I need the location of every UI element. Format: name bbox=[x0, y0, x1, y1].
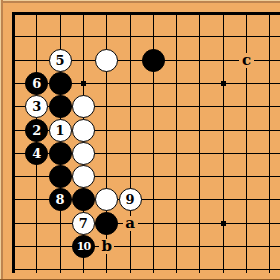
grid-line-horizontal bbox=[12, 269, 280, 270]
black-stone-C15 bbox=[49, 95, 72, 118]
grid-line-horizontal bbox=[12, 12, 280, 15]
star-point bbox=[221, 221, 226, 226]
board-frame-left bbox=[1, 0, 3, 280]
white-stone-E17 bbox=[95, 49, 118, 72]
grid-line-horizontal bbox=[12, 223, 280, 224]
grid-line-vertical bbox=[130, 12, 131, 273]
black-stone-C13 bbox=[49, 142, 72, 165]
board-frame-top bbox=[0, 1, 280, 3]
grid-line-horizontal bbox=[12, 246, 280, 247]
white-stone-D13 bbox=[72, 142, 95, 165]
star-point bbox=[221, 81, 226, 86]
black-stone-D11 bbox=[72, 188, 95, 211]
point-label-c: c bbox=[239, 53, 254, 68]
grid-line-vertical bbox=[269, 12, 270, 273]
black-stone-B14: 2 bbox=[25, 119, 48, 142]
black-stone-B13: 4 bbox=[25, 142, 48, 165]
black-stone-C11: 8 bbox=[49, 188, 72, 211]
grid-line-vertical bbox=[199, 12, 200, 273]
white-stone-B15: 3 bbox=[25, 95, 48, 118]
white-stone-F11: 9 bbox=[119, 188, 142, 211]
point-label-a: a bbox=[123, 216, 138, 231]
grid-line-vertical bbox=[12, 12, 15, 273]
white-stone-D14 bbox=[72, 119, 95, 142]
black-stone-G17 bbox=[142, 49, 165, 72]
white-stone-D15 bbox=[72, 95, 95, 118]
white-stone-E11 bbox=[95, 188, 118, 211]
go-board-diagram: abc56321489710 bbox=[0, 0, 280, 280]
white-stone-C14: 1 bbox=[49, 119, 72, 142]
grid-line-vertical bbox=[223, 12, 224, 273]
grid-line-horizontal bbox=[12, 36, 280, 37]
white-stone-D12 bbox=[72, 165, 95, 188]
grid-line-vertical bbox=[176, 12, 177, 273]
black-stone-D9: 10 bbox=[72, 235, 95, 258]
black-stone-E10 bbox=[95, 212, 118, 235]
black-stone-C12 bbox=[49, 165, 72, 188]
star-point bbox=[81, 81, 86, 86]
black-stone-C16 bbox=[49, 72, 72, 95]
black-stone-B16: 6 bbox=[25, 72, 48, 95]
white-stone-D10: 7 bbox=[72, 212, 95, 235]
white-stone-C17: 5 bbox=[49, 49, 72, 72]
point-label-b: b bbox=[99, 239, 114, 254]
